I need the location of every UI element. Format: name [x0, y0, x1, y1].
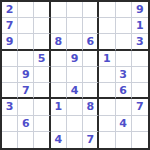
cell-r9c8[interactable] — [116, 132, 132, 148]
cell-r4c1[interactable] — [2, 51, 18, 67]
cell-r2c4[interactable] — [51, 18, 67, 34]
cell-r4c8[interactable] — [116, 51, 132, 67]
cell-r4c9[interactable] — [132, 51, 148, 67]
cell-r7c8[interactable] — [116, 99, 132, 115]
cell-r2c1[interactable]: 7 — [2, 18, 18, 34]
cell-r3c4[interactable]: 8 — [51, 34, 67, 50]
cell-r9c3[interactable] — [34, 132, 50, 148]
cell-r8c9[interactable] — [132, 116, 148, 132]
cell-r7c2[interactable] — [18, 99, 34, 115]
cell-r6c9[interactable] — [132, 83, 148, 99]
cell-r8c7[interactable] — [99, 116, 115, 132]
cell-r9c1[interactable] — [2, 132, 18, 148]
cell-r2c2[interactable] — [18, 18, 34, 34]
cell-r9c4[interactable]: 4 — [51, 132, 67, 148]
cell-r1c7[interactable] — [99, 2, 115, 18]
cell-r3c5[interactable] — [67, 34, 83, 50]
cell-r8c6[interactable] — [83, 116, 99, 132]
cell-r7c9[interactable]: 7 — [132, 99, 148, 115]
cell-r6c1[interactable] — [2, 83, 18, 99]
cell-r9c9[interactable] — [132, 132, 148, 148]
cell-r3c9[interactable]: 3 — [132, 34, 148, 50]
cell-r8c5[interactable] — [67, 116, 83, 132]
cell-r5c2[interactable]: 9 — [18, 67, 34, 83]
cell-r2c7[interactable] — [99, 18, 115, 34]
cell-r7c4[interactable]: 1 — [51, 99, 67, 115]
cell-r4c2[interactable] — [18, 51, 34, 67]
cell-r4c7[interactable]: 1 — [99, 51, 115, 67]
cell-r1c4[interactable] — [51, 2, 67, 18]
cell-r8c2[interactable]: 6 — [18, 116, 34, 132]
cell-r6c7[interactable] — [99, 83, 115, 99]
cell-r8c1[interactable] — [2, 116, 18, 132]
cell-r1c8[interactable] — [116, 2, 132, 18]
cell-r6c6[interactable] — [83, 83, 99, 99]
cell-r1c1[interactable]: 2 — [2, 2, 18, 18]
cell-r2c9[interactable]: 1 — [132, 18, 148, 34]
cell-r3c7[interactable] — [99, 34, 115, 50]
cell-r1c3[interactable] — [34, 2, 50, 18]
cell-r8c4[interactable] — [51, 116, 67, 132]
cell-r3c6[interactable]: 6 — [83, 34, 99, 50]
cell-r6c3[interactable] — [34, 83, 50, 99]
cell-r6c4[interactable] — [51, 83, 67, 99]
cell-r6c2[interactable]: 7 — [18, 83, 34, 99]
cell-r3c2[interactable] — [18, 34, 34, 50]
cell-r7c6[interactable]: 8 — [83, 99, 99, 115]
cell-r7c1[interactable]: 3 — [2, 99, 18, 115]
cell-r8c3[interactable] — [34, 116, 50, 132]
cell-r9c2[interactable] — [18, 132, 34, 148]
cell-r3c8[interactable] — [116, 34, 132, 50]
cell-r2c5[interactable] — [67, 18, 83, 34]
cell-r6c5[interactable]: 4 — [67, 83, 83, 99]
cell-r6c8[interactable]: 6 — [116, 83, 132, 99]
cell-r9c6[interactable]: 7 — [83, 132, 99, 148]
cell-r4c5[interactable]: 9 — [67, 51, 83, 67]
cell-r5c8[interactable]: 3 — [116, 67, 132, 83]
cell-r3c3[interactable] — [34, 34, 50, 50]
cell-r7c7[interactable] — [99, 99, 115, 115]
sudoku-board: 297198635919374631876447 — [0, 0, 150, 150]
cell-r4c6[interactable] — [83, 51, 99, 67]
cell-r9c5[interactable] — [67, 132, 83, 148]
cell-r2c3[interactable] — [34, 18, 50, 34]
cell-r5c7[interactable] — [99, 67, 115, 83]
cell-r9c7[interactable] — [99, 132, 115, 148]
cell-r2c8[interactable] — [116, 18, 132, 34]
cell-r7c3[interactable] — [34, 99, 50, 115]
cell-r5c3[interactable] — [34, 67, 50, 83]
cell-r3c1[interactable]: 9 — [2, 34, 18, 50]
cell-r1c2[interactable] — [18, 2, 34, 18]
cell-r4c4[interactable] — [51, 51, 67, 67]
cell-r2c6[interactable] — [83, 18, 99, 34]
cell-r1c5[interactable] — [67, 2, 83, 18]
cell-r1c9[interactable]: 9 — [132, 2, 148, 18]
cell-r1c6[interactable] — [83, 2, 99, 18]
cell-r5c1[interactable] — [2, 67, 18, 83]
cell-r8c8[interactable]: 4 — [116, 116, 132, 132]
cell-r5c6[interactable] — [83, 67, 99, 83]
cell-r5c9[interactable] — [132, 67, 148, 83]
cell-r5c4[interactable] — [51, 67, 67, 83]
cell-r7c5[interactable] — [67, 99, 83, 115]
cell-r4c3[interactable]: 5 — [34, 51, 50, 67]
cell-r5c5[interactable] — [67, 67, 83, 83]
